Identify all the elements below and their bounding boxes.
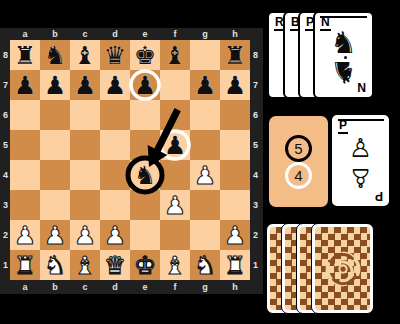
- piece-black-pawn[interactable]: ♟: [134, 73, 156, 98]
- number-card[interactable]: 5 4: [269, 116, 328, 207]
- square-a2[interactable]: ♟: [10, 220, 40, 250]
- square-e3[interactable]: [130, 190, 160, 220]
- rank-label-4: 4: [250, 160, 261, 190]
- square-f7[interactable]: [160, 70, 190, 100]
- square-f4[interactable]: [160, 160, 190, 190]
- square-d8[interactable]: ♛: [100, 40, 130, 70]
- app-canvas: abcdefgh abcdefgh 87654321 87654321 ♜♞♝♛…: [0, 0, 400, 324]
- card-back-pattern: [315, 227, 370, 310]
- piece-black-knight[interactable]: ♞: [134, 163, 156, 188]
- file-label-e: e: [130, 28, 160, 40]
- piece-white-pawn[interactable]: ♟: [104, 223, 126, 248]
- square-h8[interactable]: ♜: [220, 40, 250, 70]
- piece-black-pawn[interactable]: ♟: [194, 73, 216, 98]
- square-d5[interactable]: [100, 130, 130, 160]
- square-b2[interactable]: ♟: [40, 220, 70, 250]
- square-d2[interactable]: ♟: [100, 220, 130, 250]
- square-c4[interactable]: [70, 160, 100, 190]
- piece-white-queen[interactable]: ♛: [104, 253, 126, 278]
- file-label-h: h: [220, 281, 250, 293]
- piece-white-bishop[interactable]: ♝: [164, 253, 186, 278]
- file-label-a: a: [10, 28, 40, 40]
- square-e6[interactable]: [130, 100, 160, 130]
- piece-black-pawn[interactable]: ♟: [14, 73, 36, 98]
- piece-black-rook[interactable]: ♜: [224, 43, 246, 68]
- square-h6[interactable]: [220, 100, 250, 130]
- square-b8[interactable]: ♞: [40, 40, 70, 70]
- piece-white-pawn[interactable]: ♟: [164, 193, 186, 218]
- square-e1[interactable]: ♚: [130, 250, 160, 280]
- square-f5[interactable]: ♟: [160, 130, 190, 160]
- number-badge-5: 5: [285, 135, 312, 162]
- number-value: 5: [294, 140, 302, 157]
- square-c6[interactable]: [70, 100, 100, 130]
- square-c8[interactable]: ♝: [70, 40, 100, 70]
- file-label-d: d: [100, 28, 130, 40]
- chess-board: ♜♞♝♛♚♝♜♟♟♟♟♟♟♟♟♞♟♟♟♟♟♟♟♜♞♝♛♚♝♞♜: [10, 40, 250, 280]
- file-label-g: g: [190, 281, 220, 293]
- piece-white-pawn[interactable]: ♟: [44, 223, 66, 248]
- played-card-pawn[interactable]: P ♙ ♙ P: [330, 113, 391, 208]
- file-label-h: h: [220, 28, 250, 40]
- file-label-d: d: [100, 281, 130, 293]
- square-g5[interactable]: [190, 130, 220, 160]
- hand-card-knight-front[interactable]: N ♞ ♞ N: [313, 11, 374, 99]
- piece-black-bishop[interactable]: ♝: [74, 43, 96, 68]
- square-g2[interactable]: [190, 220, 220, 250]
- rank-label-2: 2: [250, 220, 261, 250]
- square-d4[interactable]: [100, 160, 130, 190]
- piece-white-pawn[interactable]: ♟: [224, 223, 246, 248]
- square-f8[interactable]: ♝: [160, 40, 190, 70]
- square-g4[interactable]: ♟: [190, 160, 220, 190]
- piece-black-bishop[interactable]: ♝: [164, 43, 186, 68]
- square-g6[interactable]: [190, 100, 220, 130]
- number-badge-4: 4: [285, 162, 312, 189]
- square-h3[interactable]: [220, 190, 250, 220]
- square-c3[interactable]: [70, 190, 100, 220]
- piece-black-pawn[interactable]: ♟: [74, 73, 96, 98]
- square-b6[interactable]: [40, 100, 70, 130]
- square-a3[interactable]: [10, 190, 40, 220]
- square-e2[interactable]: [130, 220, 160, 250]
- square-b4[interactable]: [40, 160, 70, 190]
- square-e8[interactable]: ♚: [130, 40, 160, 70]
- square-b1[interactable]: ♞: [40, 250, 70, 280]
- card-rank-label-rotated: N: [320, 16, 367, 93]
- piece-white-bishop[interactable]: ♝: [74, 253, 96, 278]
- rank-label-5: 5: [250, 130, 261, 160]
- square-h1[interactable]: ♜: [220, 250, 250, 280]
- piece-black-rook[interactable]: ♜: [14, 43, 36, 68]
- square-g7[interactable]: ♟: [190, 70, 220, 100]
- square-f2[interactable]: [160, 220, 190, 250]
- square-f3[interactable]: ♟: [160, 190, 190, 220]
- square-c1[interactable]: ♝: [70, 250, 100, 280]
- rank-label-6: 6: [250, 100, 261, 130]
- square-e4[interactable]: ♞: [130, 160, 160, 190]
- rank-label-3: 3: [250, 190, 261, 220]
- square-a1[interactable]: ♜: [10, 250, 40, 280]
- file-label-b: b: [40, 281, 70, 293]
- piece-white-knight[interactable]: ♞: [194, 253, 216, 278]
- number-value: 4: [294, 167, 302, 184]
- piece-white-pawn[interactable]: ♟: [194, 163, 216, 188]
- file-label-c: c: [70, 281, 100, 293]
- file-label-f: f: [160, 281, 190, 293]
- rank-label-1: 1: [250, 250, 261, 280]
- piece-white-pawn[interactable]: ♟: [14, 223, 36, 248]
- file-label-g: g: [190, 28, 220, 40]
- square-h5[interactable]: [220, 130, 250, 160]
- square-b3[interactable]: [40, 190, 70, 220]
- file-label-a: a: [10, 281, 40, 293]
- square-b5[interactable]: [40, 130, 70, 160]
- piece-black-pawn[interactable]: ♟: [164, 133, 186, 158]
- square-e7[interactable]: ♟: [130, 70, 160, 100]
- piece-black-knight[interactable]: ♞: [44, 43, 66, 68]
- file-label-e: e: [130, 281, 160, 293]
- swirl-icon: [322, 248, 364, 290]
- square-d3[interactable]: [100, 190, 130, 220]
- square-e5[interactable]: [130, 130, 160, 160]
- file-label-f: f: [160, 28, 190, 40]
- square-f6[interactable]: [160, 100, 190, 130]
- file-label-b: b: [40, 28, 70, 40]
- square-g3[interactable]: [190, 190, 220, 220]
- square-a4[interactable]: [10, 160, 40, 190]
- square-d7[interactable]: ♟: [100, 70, 130, 100]
- square-h2[interactable]: ♟: [220, 220, 250, 250]
- rank-label-7: 7: [250, 70, 261, 100]
- square-b7[interactable]: ♟: [40, 70, 70, 100]
- rank-label-8: 8: [250, 40, 261, 70]
- square-a8[interactable]: ♜: [10, 40, 40, 70]
- piece-black-pawn[interactable]: ♟: [44, 73, 66, 98]
- square-g8[interactable]: [190, 40, 220, 70]
- square-d6[interactable]: [100, 100, 130, 130]
- piece-black-queen[interactable]: ♛: [104, 43, 126, 68]
- square-c5[interactable]: [70, 130, 100, 160]
- piece-white-knight[interactable]: ♞: [44, 253, 66, 278]
- chess-board-frame: abcdefgh abcdefgh 87654321 87654321 ♜♞♝♛…: [0, 28, 263, 294]
- square-a6[interactable]: [10, 100, 40, 130]
- piece-black-king[interactable]: ♚: [134, 43, 156, 68]
- square-c7[interactable]: ♟: [70, 70, 100, 100]
- piece-black-pawn[interactable]: ♟: [224, 73, 246, 98]
- square-c2[interactable]: ♟: [70, 220, 100, 250]
- piece-black-pawn[interactable]: ♟: [104, 73, 126, 98]
- piece-white-rook[interactable]: ♜: [224, 253, 246, 278]
- square-a5[interactable]: [10, 130, 40, 160]
- piece-white-pawn[interactable]: ♟: [74, 223, 96, 248]
- file-label-c: c: [70, 28, 100, 40]
- piece-white-rook[interactable]: ♜: [14, 253, 36, 278]
- square-g1[interactable]: ♞: [190, 250, 220, 280]
- card-rank-label-rotated: P: [338, 119, 384, 202]
- square-h4[interactable]: [220, 160, 250, 190]
- piece-white-king[interactable]: ♚: [134, 253, 156, 278]
- square-f1[interactable]: ♝: [160, 250, 190, 280]
- square-d1[interactable]: ♛: [100, 250, 130, 280]
- square-h7[interactable]: ♟: [220, 70, 250, 100]
- draw-pile-top-card[interactable]: [311, 223, 374, 314]
- square-a7[interactable]: ♟: [10, 70, 40, 100]
